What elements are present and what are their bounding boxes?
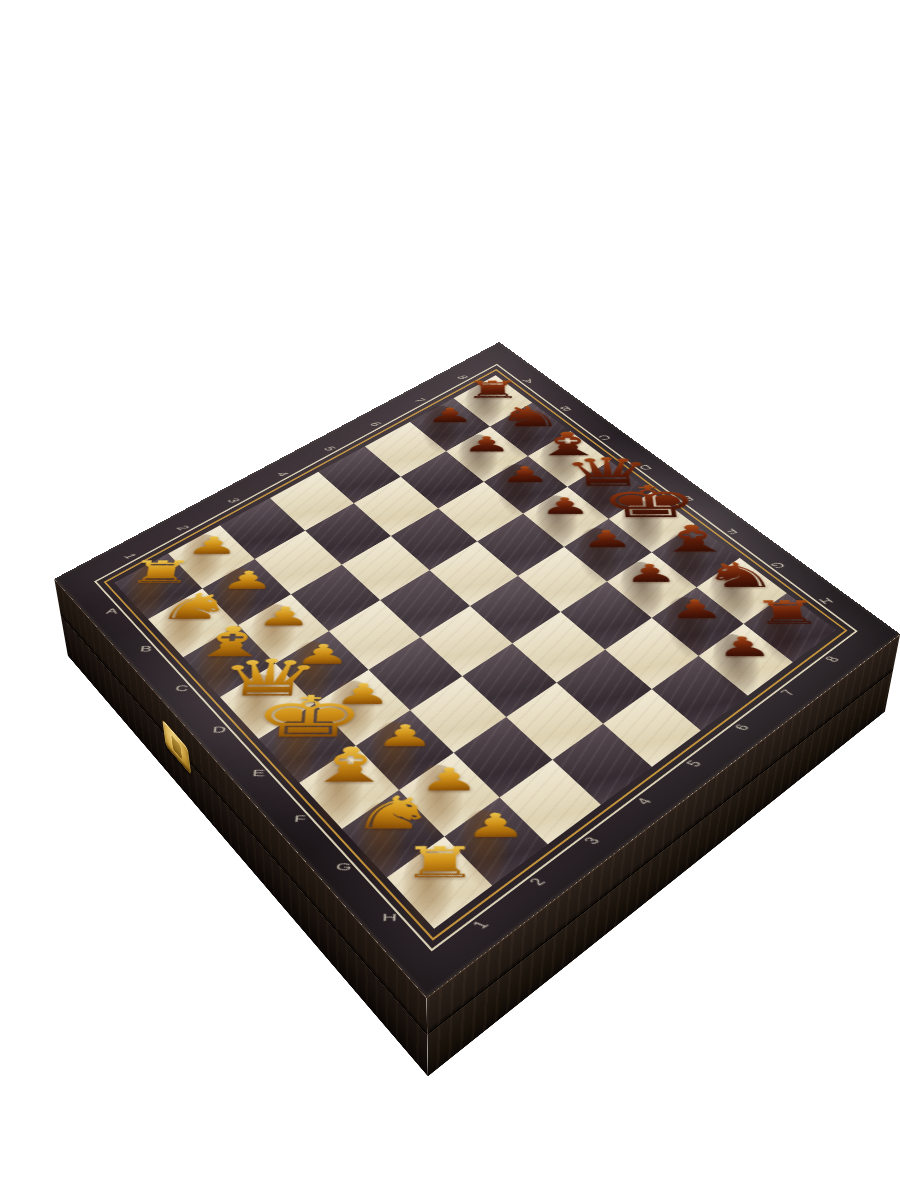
rank-label-6-left-label: 6 [367,421,384,427]
rank-label-6-right-label: 6 [731,723,752,732]
rank-label-5-left-label: 5 [321,446,338,452]
rank-label-1-right-label: 1 [469,919,492,930]
file-label-a-far-label: A [520,378,535,384]
rank-label-3-left-label: 3 [225,497,243,504]
rank-label-5-right-label: 5 [683,759,704,768]
black-p-glyph: ♟ [579,527,635,551]
white-r-glyph: ♜ [124,557,196,587]
file-label-h-near-label: H [382,913,397,923]
black-n-glyph: ♞ [699,558,781,593]
rank-label-2-left-label: 2 [174,524,192,531]
file-label-e-near-label: E [252,769,265,778]
black-b-glyph: ♝ [650,521,738,558]
file-label-c-near-label: C [175,685,189,693]
rank-label-2-right-label: 2 [526,877,548,887]
file-label-b-near-label: B [140,645,153,652]
black-p-glyph: ♟ [462,434,512,455]
rank-label-4-left-label: 4 [274,471,292,477]
black-p-glyph: ♟ [538,495,592,518]
file-label-d-near-label: D [212,726,226,734]
black-p-glyph: ♟ [425,405,474,425]
file-label-f-near-label: F [294,814,307,823]
rank-label-7-right-label: 7 [778,688,798,696]
black-p-glyph: ♟ [499,464,551,486]
chessboard: AABBCCDDEEFFGGHH8877665544332211 ♜♞♝♛♚♝♞… [54,342,900,998]
rank-label-8-right-label: 8 [822,655,842,663]
rank-label-3-right-label: 3 [581,836,603,846]
product-photo-scene: AABBCCDDEEFFGGHH8877665544332211 ♜♞♝♛♚♝♞… [0,0,900,1200]
chess-box: AABBCCDDEEFFGGHH8877665544332211 ♜♞♝♛♚♝♞… [54,342,900,998]
rank-label-4-right-label: 4 [633,797,655,807]
file-label-g-near-label: G [336,862,352,872]
file-label-a-near-label: A [105,608,118,615]
rank-label-7-left-label: 7 [411,397,428,403]
black-p-glyph: ♟ [622,561,679,586]
black-r-glyph: ♜ [463,378,523,402]
